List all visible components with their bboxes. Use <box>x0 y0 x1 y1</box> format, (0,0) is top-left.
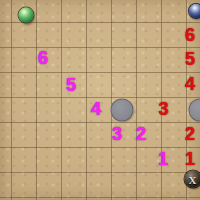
move-number-magenta-6: 6 <box>38 49 48 67</box>
move-number-red-4: 4 <box>185 75 195 93</box>
gray-stone[interactable] <box>110 98 133 121</box>
game-board[interactable]: 665544332211X <box>0 0 200 200</box>
move-number-magenta-5: 5 <box>66 76 76 94</box>
move-number-magenta-1: 1 <box>158 150 168 168</box>
move-number-red-5: 5 <box>185 50 195 68</box>
move-number-red-2: 2 <box>185 125 195 143</box>
move-number-magenta-2: 2 <box>136 125 146 143</box>
move-number-magenta-3: 3 <box>112 125 122 143</box>
move-number-red-6: 6 <box>185 26 195 44</box>
move-number-red-1: 1 <box>185 150 195 168</box>
gray-stone[interactable] <box>188 98 200 121</box>
move-number-magenta-4: 4 <box>91 100 101 118</box>
blue-orb-button[interactable] <box>189 4 200 18</box>
close-button[interactable]: X <box>184 171 200 188</box>
green-orb-button[interactable] <box>19 8 34 23</box>
move-number-red-3: 3 <box>158 100 168 118</box>
